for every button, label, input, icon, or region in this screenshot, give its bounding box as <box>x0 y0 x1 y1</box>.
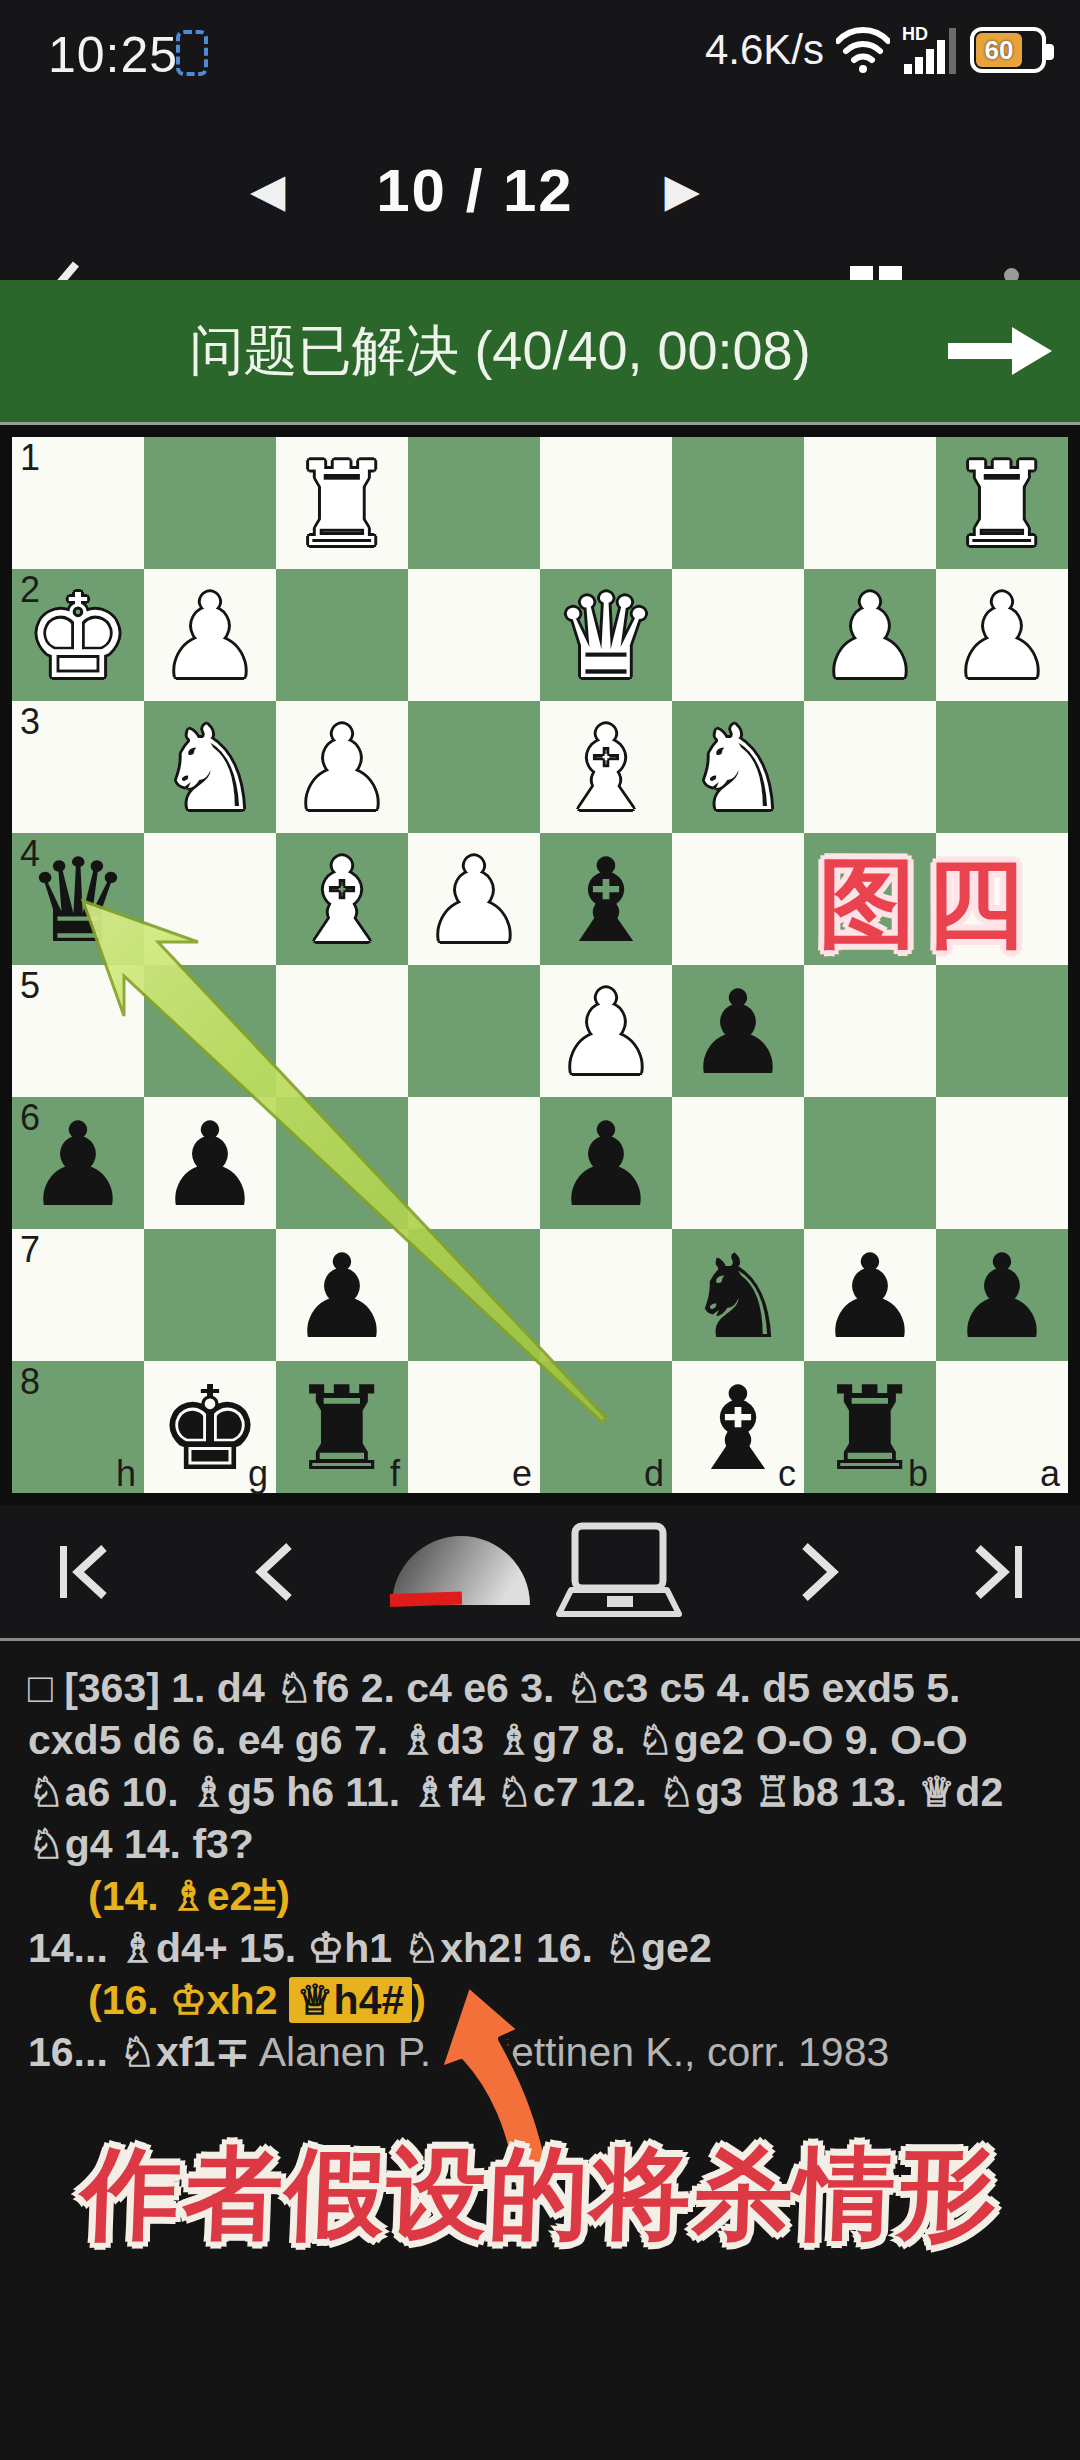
move-line[interactable]: □ [363] 1. d4 ♘f6 2. c4 e6 3. ♘c3 c5 4. … <box>0 1662 1080 1714</box>
square-b7[interactable]: ♟ <box>804 1229 936 1361</box>
rank-label: 1 <box>20 437 40 479</box>
square-f7[interactable]: ♟ <box>276 1229 408 1361</box>
square-e1[interactable] <box>408 437 540 569</box>
android-nav-bar <box>0 2330 1080 2460</box>
square-c6[interactable] <box>672 1097 804 1229</box>
move-line[interactable]: cxd5 d6 6. e4 g6 7. ♗d3 ♗g7 8. ♘ge2 O-O … <box>0 1714 1080 1766</box>
caption-text: 作者假设的将杀情形 <box>0 2128 1080 2263</box>
square-g7[interactable] <box>144 1229 276 1361</box>
square-a5[interactable] <box>936 965 1068 1097</box>
piece-black-pawn[interactable]: ♟ <box>672 965 804 1097</box>
piece-white-king[interactable]: ♚ <box>12 569 144 701</box>
square-d5[interactable]: ♟ <box>540 965 672 1097</box>
app-bar: ◀ 10 / 12 ▶ <box>0 100 1080 280</box>
go-last-button[interactable] <box>956 1505 1036 1638</box>
square-h7[interactable]: 7 <box>12 1229 144 1361</box>
wifi-icon <box>836 27 890 73</box>
square-f5[interactable] <box>276 965 408 1097</box>
square-f8[interactable]: f♜ <box>276 1361 408 1493</box>
square-b5[interactable] <box>804 965 936 1097</box>
square-c8[interactable]: c♝ <box>672 1361 804 1493</box>
square-h2[interactable]: 2♚ <box>12 569 144 701</box>
piece-white-bishop[interactable]: ♝ <box>276 833 408 965</box>
move-line[interactable]: ♘g4 14. f3? <box>0 1818 1080 1870</box>
piece-black-pawn[interactable]: ♟ <box>144 1097 276 1229</box>
square-a1[interactable]: ♜ <box>936 437 1068 569</box>
piece-white-pawn[interactable]: ♟ <box>540 965 672 1097</box>
square-d7[interactable] <box>540 1229 672 1361</box>
square-b1[interactable] <box>804 437 936 569</box>
square-a3[interactable] <box>936 701 1068 833</box>
file-label: h <box>116 1453 136 1495</box>
status-indicators: 4.6K/s HD 60 <box>705 0 1046 100</box>
square-b3[interactable] <box>804 701 936 833</box>
piece-white-bishop[interactable]: ♝ <box>540 701 672 833</box>
piece-white-knight[interactable]: ♞ <box>144 701 276 833</box>
square-e6[interactable] <box>408 1097 540 1229</box>
square-g6[interactable]: ♟ <box>144 1097 276 1229</box>
variation-prefix: (16. ♔xh2 <box>88 1977 289 2023</box>
piece-black-bishop[interactable]: ♝ <box>540 833 672 965</box>
square-f2[interactable] <box>276 569 408 701</box>
piece-white-pawn[interactable]: ♟ <box>144 569 276 701</box>
playback-controls <box>0 1505 1080 1638</box>
square-f1[interactable]: ♜ <box>276 437 408 569</box>
square-h4[interactable]: 4♛ <box>12 833 144 965</box>
square-h5[interactable]: 5 <box>12 965 144 1097</box>
square-e2[interactable] <box>408 569 540 701</box>
square-f6[interactable] <box>276 1097 408 1229</box>
piece-white-pawn[interactable]: ♟ <box>276 701 408 833</box>
piece-black-pawn[interactable]: ♟ <box>936 1229 1068 1361</box>
move-line[interactable]: ♘a6 10. ♗g5 h6 11. ♗f4 ♘c7 12. ♘g3 ♖b8 1… <box>0 1766 1080 1818</box>
square-a2[interactable]: ♟ <box>936 569 1068 701</box>
square-c5[interactable]: ♟ <box>672 965 804 1097</box>
piece-white-rook[interactable]: ♜ <box>276 437 408 569</box>
rank-label: 7 <box>20 1229 40 1271</box>
variation-suffix: ) <box>412 1977 426 2023</box>
variation-line[interactable]: (14. ♗e2⩲) <box>0 1870 1080 1922</box>
square-a6[interactable] <box>936 1097 1068 1229</box>
square-f4[interactable]: ♝ <box>276 833 408 965</box>
signal-bars-icon: HD <box>902 24 958 76</box>
next-arrow-icon[interactable] <box>944 321 1056 381</box>
chess-board: 1♜♜2♚♟♛♟♟3♞♟♝♞4♛♝♟♝5♟♟6♟♟♟7♟♞♟♟8hg♚f♜edc… <box>0 425 1080 1505</box>
puzzle-counter: 10 / 12 <box>376 156 574 225</box>
square-h3[interactable]: 3 <box>12 701 144 833</box>
square-e7[interactable] <box>408 1229 540 1361</box>
file-label: a <box>1040 1453 1060 1495</box>
network-speed: 4.6K/s <box>705 26 824 74</box>
piece-white-pawn[interactable]: ♟ <box>936 569 1068 701</box>
square-d2[interactable]: ♛ <box>540 569 672 701</box>
square-d4[interactable]: ♝ <box>540 833 672 965</box>
figure-label: 图四 <box>818 839 1034 971</box>
battery-fill: 60 <box>976 33 1022 67</box>
square-g3[interactable]: ♞ <box>144 701 276 833</box>
result-banner[interactable]: 问题已解决 (40/40, 00:08) <box>0 280 1080 422</box>
result-text: 问题已解决 (40/40, 00:08) <box>0 280 1000 422</box>
rank-label: 8 <box>20 1361 40 1403</box>
piece-black-rook[interactable]: ♜ <box>276 1361 408 1493</box>
piece-black-rook[interactable]: ♜ <box>804 1361 936 1493</box>
piece-black-knight[interactable]: ♞ <box>672 1229 804 1361</box>
square-e4[interactable]: ♟ <box>408 833 540 965</box>
eval-gauge-icon[interactable] <box>384 1505 538 1638</box>
square-g5[interactable] <box>144 965 276 1097</box>
battery-percent: 60 <box>985 35 1014 66</box>
screen: 10:25 4.6K/s HD 60 <box>0 0 1080 2460</box>
next-puzzle-button[interactable]: ▶ <box>665 163 700 217</box>
square-b6[interactable] <box>804 1097 936 1229</box>
square-c4[interactable] <box>672 833 804 965</box>
piece-black-king[interactable]: ♚ <box>144 1361 276 1493</box>
rank-label: 3 <box>20 701 40 743</box>
hd-label: HD <box>902 24 928 44</box>
piece-black-pawn[interactable]: ♟ <box>540 1097 672 1229</box>
go-next-button[interactable] <box>786 1505 856 1638</box>
status-bar: 10:25 4.6K/s HD 60 <box>0 0 1080 100</box>
piece-white-queen[interactable]: ♛ <box>540 569 672 701</box>
square-c2[interactable] <box>672 569 804 701</box>
square-h1[interactable]: 1 <box>12 437 144 569</box>
square-g2[interactable]: ♟ <box>144 569 276 701</box>
rank-label: 5 <box>20 965 40 1007</box>
engine-laptop-icon[interactable] <box>548 1505 688 1638</box>
square-c3[interactable]: ♞ <box>672 701 804 833</box>
piece-white-rook[interactable]: ♜ <box>936 437 1068 569</box>
go-first-button[interactable] <box>46 1505 126 1638</box>
piece-white-knight[interactable]: ♞ <box>672 701 804 833</box>
divider <box>0 1638 1080 1641</box>
square-d8[interactable]: d <box>540 1361 672 1493</box>
square-d3[interactable]: ♝ <box>540 701 672 833</box>
go-prev-button[interactable] <box>238 1505 308 1638</box>
highlighted-move[interactable]: ♕h4# <box>289 1977 412 2023</box>
file-label: d <box>644 1453 664 1495</box>
square-c7[interactable]: ♞ <box>672 1229 804 1361</box>
square-a7[interactable]: ♟ <box>936 1229 1068 1361</box>
square-h6[interactable]: 6♟ <box>12 1097 144 1229</box>
clock: 10:25 <box>48 26 178 84</box>
square-f3[interactable]: ♟ <box>276 701 408 833</box>
square-d6[interactable]: ♟ <box>540 1097 672 1229</box>
floating-window-icon <box>176 30 208 76</box>
piece-black-pawn[interactable]: ♟ <box>12 1097 144 1229</box>
square-g1[interactable] <box>144 437 276 569</box>
square-b2[interactable]: ♟ <box>804 569 936 701</box>
file-label: e <box>512 1453 532 1495</box>
square-a8[interactable]: a <box>936 1361 1068 1493</box>
piece-white-pawn[interactable]: ♟ <box>408 833 540 965</box>
square-e5[interactable] <box>408 965 540 1097</box>
square-g4[interactable] <box>144 833 276 965</box>
prev-puzzle-button[interactable]: ◀ <box>250 163 285 217</box>
piece-white-pawn[interactable]: ♟ <box>804 569 936 701</box>
move-line[interactable]: 14... ♗d4+ 15. ♔h1 ♘xh2! 16. ♘ge2 <box>0 1922 1080 1974</box>
square-e8[interactable]: e <box>408 1361 540 1493</box>
square-h8[interactable]: 8h <box>12 1361 144 1493</box>
square-d1[interactable] <box>540 437 672 569</box>
square-b8[interactable]: b♜ <box>804 1361 936 1493</box>
piece-black-bishop[interactable]: ♝ <box>672 1361 804 1493</box>
square-c1[interactable] <box>672 437 804 569</box>
piece-black-pawn[interactable]: ♟ <box>804 1229 936 1361</box>
piece-black-queen[interactable]: ♛ <box>12 833 144 965</box>
puzzle-pager: ◀ 10 / 12 ▶ <box>250 100 700 280</box>
final-move[interactable]: 16... ♘xf1∓ <box>28 2029 250 2075</box>
piece-black-pawn[interactable]: ♟ <box>276 1229 408 1361</box>
square-g8[interactable]: g♚ <box>144 1361 276 1493</box>
square-e3[interactable] <box>408 701 540 833</box>
battery-icon: 60 <box>970 27 1046 73</box>
